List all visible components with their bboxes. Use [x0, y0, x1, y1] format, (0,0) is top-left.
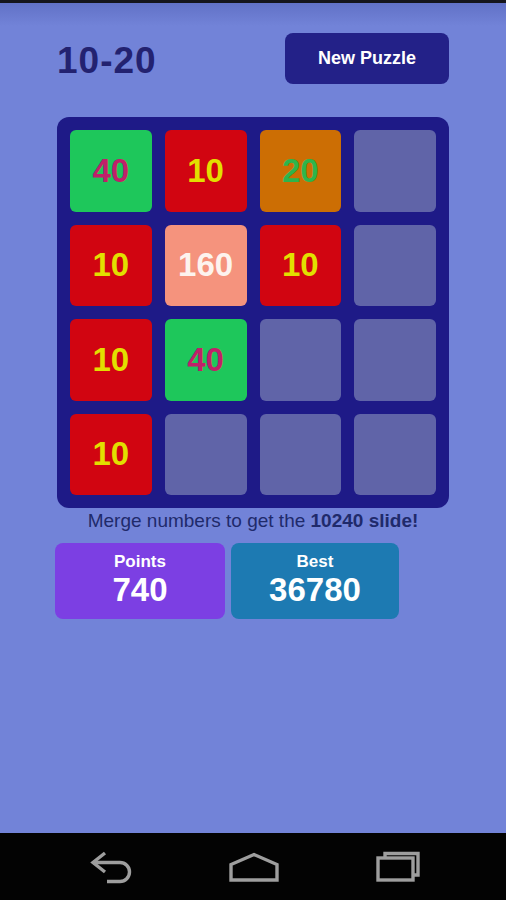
- recents-icon[interactable]: [374, 850, 422, 884]
- points-value: 740: [112, 571, 167, 609]
- empty-cell: [165, 414, 247, 496]
- best-label: Best: [297, 553, 334, 572]
- best-score-box: Best 36780: [231, 543, 399, 619]
- instruction-prefix: Merge numbers to get the: [88, 510, 311, 531]
- empty-cell: [354, 130, 436, 212]
- empty-cell: [354, 319, 436, 401]
- points-label: Points: [114, 553, 166, 572]
- tile-10: 10: [70, 225, 152, 307]
- tile-10: 10: [260, 225, 342, 307]
- back-icon[interactable]: [88, 850, 138, 884]
- tile-20: 20: [260, 130, 342, 212]
- page-title: 10-20: [57, 40, 157, 82]
- empty-cell: [260, 319, 342, 401]
- home-icon[interactable]: [228, 852, 280, 882]
- game-board[interactable]: 4010201016010104010: [57, 117, 449, 508]
- instruction-goal: 10240 slide!: [311, 510, 419, 531]
- tile-10: 10: [70, 319, 152, 401]
- tile-160: 160: [165, 225, 247, 307]
- new-puzzle-button[interactable]: New Puzzle: [285, 33, 449, 84]
- points-score-box: Points 740: [55, 543, 225, 619]
- tile-10: 10: [70, 414, 152, 496]
- empty-cell: [354, 225, 436, 307]
- tile-40: 40: [70, 130, 152, 212]
- empty-cell: [354, 414, 436, 496]
- best-value: 36780: [269, 571, 361, 609]
- instruction-text: Merge numbers to get the 10240 slide!: [0, 510, 506, 532]
- app-screen: 10-20 New Puzzle 4010201016010104010 Mer…: [0, 0, 506, 900]
- android-navbar: [0, 833, 506, 900]
- tile-40: 40: [165, 319, 247, 401]
- tile-10: 10: [165, 130, 247, 212]
- status-bar: [0, 0, 506, 3]
- empty-cell: [260, 414, 342, 496]
